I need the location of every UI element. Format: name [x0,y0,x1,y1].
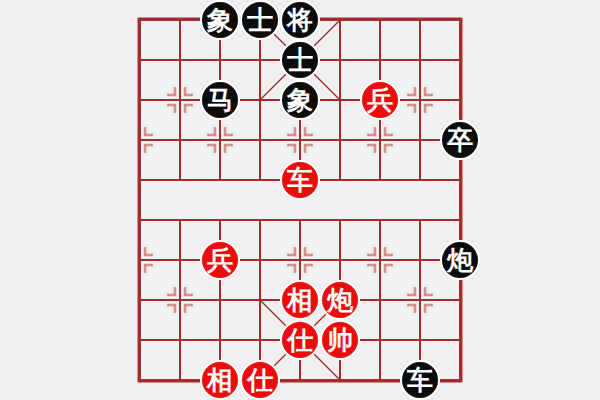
board-point: 车 [400,360,440,400]
piece-red-elephant[interactable]: 相 [200,360,240,400]
board-point: 兵 [360,80,400,120]
board-point: 仕 [240,360,280,400]
piece-red-cannon[interactable]: 炮 [320,280,360,320]
board-point: 相 [280,280,320,320]
board-point: 帅 [320,320,360,360]
piece-red-soldier[interactable]: 兵 [200,240,240,280]
piece-red-advisor[interactable]: 仕 [280,320,320,360]
board-point: 象 [280,80,320,120]
piece-black-elephant[interactable]: 象 [200,0,240,40]
board-point: 将 [280,0,320,40]
piece-black-advisor[interactable]: 士 [280,40,320,80]
board-point: 炮 [440,240,480,280]
board-point: 卒 [440,120,480,160]
piece-black-elephant[interactable]: 象 [280,80,320,120]
piece-black-advisor[interactable]: 士 [240,0,280,40]
board-point: 相 [200,360,240,400]
board-point: 炮 [320,280,360,320]
board-point: 士 [280,40,320,80]
piece-black-soldier[interactable]: 卒 [440,120,480,160]
piece-red-general[interactable]: 帅 [320,320,360,360]
piece-red-elephant[interactable]: 相 [280,280,320,320]
board-point: 象 [200,0,240,40]
piece-black-horse[interactable]: 马 [200,80,240,120]
board-point: 仕 [280,320,320,360]
piece-black-cannon[interactable]: 炮 [440,240,480,280]
board-point: 车 [280,160,320,200]
board-point: 马 [200,80,240,120]
piece-red-chariot[interactable]: 车 [280,160,320,200]
xiangqi-app-screen: 象士将士马象兵卒车兵炮相炮仕帅相仕车 [0,0,600,400]
xiangqi-board: 象士将士马象兵卒车兵炮相炮仕帅相仕车 [120,0,480,400]
piece-black-chariot[interactable]: 车 [400,360,440,400]
piece-black-general[interactable]: 将 [280,0,320,40]
piece-red-advisor[interactable]: 仕 [240,360,280,400]
board-point: 士 [240,0,280,40]
board-point: 兵 [200,240,240,280]
piece-red-soldier[interactable]: 兵 [360,80,400,120]
